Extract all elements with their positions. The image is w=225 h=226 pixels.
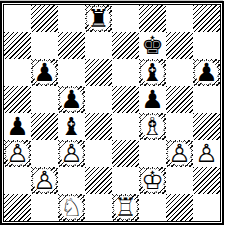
square-f6[interactable]: ♝ [139, 59, 166, 86]
square-c7[interactable] [58, 32, 85, 59]
white-pawn-b2[interactable]: ♙ [31, 167, 58, 194]
black-pawn-f5[interactable]: ♟ [139, 86, 166, 113]
square-h3[interactable]: ♙ [193, 140, 220, 167]
square-c8[interactable] [58, 5, 85, 32]
white-knight-c1[interactable]: ♘ [58, 194, 85, 221]
white-rook-e1[interactable]: ♖ [112, 194, 139, 221]
square-c2[interactable] [58, 167, 85, 194]
black-pawn-c5[interactable]: ♟ [58, 86, 85, 113]
square-e4[interactable] [112, 113, 139, 140]
square-h1[interactable] [193, 194, 220, 221]
square-h5[interactable] [193, 86, 220, 113]
black-bishop-c4[interactable]: ♝ [58, 113, 85, 140]
white-pawn-h3[interactable]: ♙ [193, 140, 220, 167]
white-king-f2[interactable]: ♔ [139, 167, 166, 194]
square-b7[interactable] [31, 32, 58, 59]
square-g1[interactable] [166, 194, 193, 221]
square-b5[interactable] [31, 86, 58, 113]
white-pawn-a3[interactable]: ♙ [4, 140, 31, 167]
square-e2[interactable] [112, 167, 139, 194]
square-e6[interactable] [112, 59, 139, 86]
black-king-f7[interactable]: ♚ [139, 32, 166, 59]
square-h8[interactable] [193, 5, 220, 32]
black-pawn-b6[interactable]: ♟ [31, 59, 58, 86]
square-h2[interactable] [193, 167, 220, 194]
square-g3[interactable]: ♙ [166, 140, 193, 167]
square-g6[interactable] [166, 59, 193, 86]
square-f8[interactable] [139, 5, 166, 32]
square-c6[interactable] [58, 59, 85, 86]
square-a8[interactable] [4, 5, 31, 32]
square-d5[interactable] [85, 86, 112, 113]
white-pawn-g3[interactable]: ♙ [166, 140, 193, 167]
square-g7[interactable] [166, 32, 193, 59]
square-a6[interactable] [4, 59, 31, 86]
black-rook-d8[interactable]: ♜ [85, 5, 112, 32]
square-b1[interactable] [31, 194, 58, 221]
square-g8[interactable] [166, 5, 193, 32]
square-a4[interactable]: ♟ [4, 113, 31, 140]
square-f1[interactable] [139, 194, 166, 221]
square-e5[interactable] [112, 86, 139, 113]
square-a1[interactable] [4, 194, 31, 221]
chess-board[interactable]: ♜♚♟♝♟♟♟♟♝♗♙♙♙♙♙♔♘♖ [3, 4, 221, 222]
square-e1[interactable]: ♖ [112, 194, 139, 221]
white-pawn-c3[interactable]: ♙ [58, 140, 85, 167]
square-e7[interactable] [112, 32, 139, 59]
square-g5[interactable] [166, 86, 193, 113]
square-d4[interactable] [85, 113, 112, 140]
square-c3[interactable]: ♙ [58, 140, 85, 167]
square-c5[interactable]: ♟ [58, 86, 85, 113]
white-bishop-f4[interactable]: ♗ [139, 113, 166, 140]
square-a5[interactable] [4, 86, 31, 113]
square-f4[interactable]: ♗ [139, 113, 166, 140]
square-d3[interactable] [85, 140, 112, 167]
square-d2[interactable] [85, 167, 112, 194]
square-f2[interactable]: ♔ [139, 167, 166, 194]
square-d7[interactable] [85, 32, 112, 59]
square-g2[interactable] [166, 167, 193, 194]
square-a2[interactable] [4, 167, 31, 194]
square-f3[interactable] [139, 140, 166, 167]
square-a3[interactable]: ♙ [4, 140, 31, 167]
square-b2[interactable]: ♙ [31, 167, 58, 194]
square-h6[interactable]: ♟ [193, 59, 220, 86]
chess-diagram: ♜♚♟♝♟♟♟♟♝♗♙♙♙♙♙♔♘♖ [0, 0, 225, 226]
square-g4[interactable] [166, 113, 193, 140]
square-f7[interactable]: ♚ [139, 32, 166, 59]
black-pawn-h6[interactable]: ♟ [193, 59, 220, 86]
square-b6[interactable]: ♟ [31, 59, 58, 86]
board-frame: ♜♚♟♝♟♟♟♟♝♗♙♙♙♙♙♔♘♖ [0, 1, 224, 225]
square-a7[interactable] [4, 32, 31, 59]
square-e8[interactable] [112, 5, 139, 32]
square-b4[interactable] [31, 113, 58, 140]
black-pawn-a4[interactable]: ♟ [4, 113, 31, 140]
square-h7[interactable] [193, 32, 220, 59]
square-b3[interactable] [31, 140, 58, 167]
square-h4[interactable] [193, 113, 220, 140]
square-b8[interactable] [31, 5, 58, 32]
square-c4[interactable]: ♝ [58, 113, 85, 140]
square-f5[interactable]: ♟ [139, 86, 166, 113]
black-bishop-f6[interactable]: ♝ [139, 59, 166, 86]
square-c1[interactable]: ♘ [58, 194, 85, 221]
square-d1[interactable] [85, 194, 112, 221]
square-e3[interactable] [112, 140, 139, 167]
square-d6[interactable] [85, 59, 112, 86]
square-d8[interactable]: ♜ [85, 5, 112, 32]
